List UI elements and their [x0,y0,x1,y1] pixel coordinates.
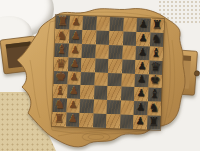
chess-piece-white-pawn[interactable]: ♟ [70,44,79,54]
board-square[interactable]: ♟ [68,57,82,71]
chess-piece-white-knight[interactable]: ♞ [54,98,65,110]
chess-piece-black-pawn[interactable]: ♟ [138,47,147,57]
chess-piece-black-bishop[interactable]: ♝ [149,88,160,100]
board-square[interactable] [80,85,94,99]
chess-piece-black-queen[interactable]: ♛ [150,60,161,72]
board-square[interactable] [108,73,122,87]
board-square[interactable] [81,72,95,86]
board-square[interactable]: ♜ [147,116,161,130]
chess-piece-black-rook[interactable]: ♜ [148,116,159,128]
board-square[interactable]: ♟ [67,71,81,85]
chess-piece-white-pawn[interactable]: ♟ [69,86,78,96]
board-square[interactable]: ♟ [136,18,150,32]
board-square[interactable]: ♟ [135,60,149,74]
chess-piece-white-knight[interactable]: ♞ [56,29,67,41]
chess-piece-white-pawn[interactable]: ♟ [70,58,79,68]
board-square[interactable] [95,58,109,72]
chess-piece-black-pawn[interactable]: ♟ [137,61,146,71]
board-square[interactable] [106,114,120,128]
board-square[interactable] [93,114,107,128]
board-square[interactable] [95,30,109,44]
chess-piece-white-bishop[interactable]: ♝ [56,43,67,55]
board-square[interactable] [82,16,96,30]
board-square[interactable]: ♟ [66,99,80,113]
chess-piece-black-pawn[interactable]: ♟ [136,102,145,112]
chess-piece-black-pawn[interactable]: ♟ [139,19,148,29]
board-square[interactable]: ♟ [67,85,81,99]
board-square[interactable] [80,99,94,113]
board-square[interactable]: ♞ [147,102,161,116]
board-square[interactable] [123,18,137,32]
chess-piece-white-rook[interactable]: ♜ [54,112,65,124]
board-square[interactable]: ♞ [149,32,163,46]
board-square[interactable]: ♟ [68,29,82,43]
board-square[interactable]: ♛ [54,57,68,71]
chess-piece-white-rook[interactable]: ♜ [57,15,68,27]
board-square[interactable]: ♝ [55,43,69,57]
chess-piece-black-king[interactable]: ♚ [149,74,160,86]
board-square[interactable]: ♜ [55,15,69,29]
chess-piece-black-knight[interactable]: ♞ [148,102,159,114]
drawer-knob[interactable] [194,71,200,77]
board-square[interactable]: ♝ [53,84,67,98]
board-square[interactable] [107,86,121,100]
chess-piece-black-pawn[interactable]: ♟ [136,88,145,98]
board-square[interactable]: ♟ [136,32,150,46]
board-square[interactable] [108,59,122,73]
board-square[interactable] [109,31,123,45]
board-square[interactable]: ♚ [148,74,162,88]
board-square[interactable] [96,17,110,31]
chess-piece-black-bishop[interactable]: ♝ [150,46,161,58]
board-square[interactable] [108,45,122,59]
chess-piece-white-pawn[interactable]: ♟ [71,17,80,27]
board-square[interactable]: ♚ [54,71,68,85]
board-square[interactable]: ♜ [150,18,164,32]
board-square[interactable]: ♝ [149,46,163,60]
board-square[interactable]: ♟ [69,16,83,30]
chess-piece-white-pawn[interactable]: ♟ [68,100,77,110]
chess-piece-white-pawn[interactable]: ♟ [71,31,80,41]
board-square[interactable] [109,17,123,31]
board-square[interactable] [120,101,134,115]
board-square[interactable]: ♞ [55,29,69,43]
chess-piece-black-pawn[interactable]: ♟ [138,33,147,43]
chess-piece-black-knight[interactable]: ♞ [151,32,162,44]
chess-piece-white-king[interactable]: ♚ [55,71,66,83]
board-square[interactable]: ♟ [133,115,147,129]
board-square[interactable]: ♝ [148,88,162,102]
chess-piece-black-pawn[interactable]: ♟ [135,116,144,126]
board-square[interactable] [93,100,107,114]
chess-piece-white-pawn[interactable]: ♟ [69,72,78,82]
board-square[interactable] [121,73,135,87]
board-square[interactable] [82,30,96,44]
board-square[interactable]: ♟ [66,113,80,127]
chess-piece-white-bishop[interactable]: ♝ [54,84,65,96]
board-square[interactable]: ♟ [68,43,82,57]
board-square[interactable] [94,72,108,86]
chess-piece-white-pawn[interactable]: ♟ [68,114,77,124]
chess-board[interactable]: ♜♟♟♜♞♟♟♞♝♟♟♝♛♟♟♛♚♟♟♚♝♟♟♝♞♟♟♞♜♟♟♜ [52,15,164,130]
board-square[interactable] [107,100,121,114]
board-square[interactable] [122,31,136,45]
board-square[interactable]: ♛ [148,60,162,74]
chess-piece-black-pawn[interactable]: ♟ [137,74,146,84]
chess-piece-white-queen[interactable]: ♛ [55,57,66,69]
board-square[interactable] [121,87,135,101]
board-square[interactable] [94,86,108,100]
board-square[interactable] [121,59,135,73]
board-square[interactable] [120,115,134,129]
board-square[interactable]: ♟ [134,87,148,101]
board-square[interactable] [82,44,96,58]
board-square[interactable] [95,44,109,58]
board-square[interactable]: ♟ [134,101,148,115]
chess-piece-black-rook[interactable]: ♜ [151,18,162,30]
board-square[interactable] [79,113,93,127]
board-square[interactable]: ♟ [135,46,149,60]
board-square[interactable]: ♟ [134,73,148,87]
board-square[interactable] [81,58,95,72]
board-square[interactable]: ♞ [53,98,67,112]
board-square[interactable]: ♜ [52,112,66,126]
board-square[interactable] [122,45,136,59]
photo-canvas: ♜♟♟♜♞♟♟♞♝♟♟♝♛♟♟♛♚♟♟♚♝♟♟♝♞♟♟♞♜♟♟♜ [0,0,200,151]
